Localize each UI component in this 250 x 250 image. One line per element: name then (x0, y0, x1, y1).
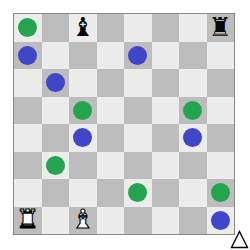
square-b6[interactable] (42, 69, 70, 97)
blue-marker (183, 128, 202, 147)
square-f3[interactable] (152, 152, 180, 180)
square-c3[interactable] (69, 152, 97, 180)
square-d6[interactable] (97, 69, 125, 97)
square-c1[interactable]: ♝ (69, 207, 97, 235)
square-g3[interactable] (179, 152, 207, 180)
square-b1[interactable] (42, 207, 70, 235)
square-b3[interactable] (42, 152, 70, 180)
square-f2[interactable] (152, 179, 180, 207)
square-a3[interactable] (14, 152, 42, 180)
square-g6[interactable] (179, 69, 207, 97)
square-a1[interactable]: ♜ (14, 207, 42, 235)
square-g2[interactable] (179, 179, 207, 207)
black-rook[interactable]: ♜ (209, 14, 232, 40)
square-c4[interactable] (69, 124, 97, 152)
white-rook[interactable]: ♜ (16, 206, 39, 232)
square-f5[interactable] (152, 97, 180, 125)
square-d5[interactable] (97, 97, 125, 125)
square-a5[interactable] (14, 97, 42, 125)
green-marker (128, 183, 147, 202)
square-h3[interactable] (207, 152, 235, 180)
square-f1[interactable] (152, 207, 180, 235)
square-d7[interactable] (97, 42, 125, 70)
corner-triangle-icon (229, 229, 249, 249)
square-g7[interactable] (179, 42, 207, 70)
square-c2[interactable] (69, 179, 97, 207)
square-b5[interactable] (42, 97, 70, 125)
square-d3[interactable] (97, 152, 125, 180)
square-d8[interactable] (97, 14, 125, 42)
white-bishop[interactable]: ♝ (71, 206, 94, 232)
square-g5[interactable] (179, 97, 207, 125)
blue-marker (18, 46, 37, 65)
square-f7[interactable] (152, 42, 180, 70)
square-f6[interactable] (152, 69, 180, 97)
blue-marker (46, 73, 65, 92)
blue-marker (128, 46, 147, 65)
square-h6[interactable] (207, 69, 235, 97)
blue-marker (73, 128, 92, 147)
square-a6[interactable] (14, 69, 42, 97)
chess-board: ♝♜♜♝ (13, 13, 235, 235)
blue-marker (211, 211, 230, 230)
square-f8[interactable] (152, 14, 180, 42)
square-e2[interactable] (124, 179, 152, 207)
green-marker (183, 101, 202, 120)
square-b2[interactable] (42, 179, 70, 207)
square-c6[interactable] (69, 69, 97, 97)
square-b4[interactable] (42, 124, 70, 152)
square-a4[interactable] (14, 124, 42, 152)
square-h7[interactable] (207, 42, 235, 70)
square-e4[interactable] (124, 124, 152, 152)
square-e5[interactable] (124, 97, 152, 125)
green-marker (211, 183, 230, 202)
square-e7[interactable] (124, 42, 152, 70)
square-b8[interactable] (42, 14, 70, 42)
square-e3[interactable] (124, 152, 152, 180)
green-marker (18, 18, 37, 37)
square-a8[interactable] (14, 14, 42, 42)
square-h5[interactable] (207, 97, 235, 125)
square-d1[interactable] (97, 207, 125, 235)
green-marker (73, 101, 92, 120)
square-g8[interactable] (179, 14, 207, 42)
square-h2[interactable] (207, 179, 235, 207)
square-e1[interactable] (124, 207, 152, 235)
square-g4[interactable] (179, 124, 207, 152)
square-c8[interactable]: ♝ (69, 14, 97, 42)
square-d2[interactable] (97, 179, 125, 207)
square-d4[interactable] (97, 124, 125, 152)
square-e8[interactable] (124, 14, 152, 42)
square-b7[interactable] (42, 42, 70, 70)
square-a7[interactable] (14, 42, 42, 70)
green-marker (46, 156, 65, 175)
square-g1[interactable] (179, 207, 207, 235)
square-a2[interactable] (14, 179, 42, 207)
square-e6[interactable] (124, 69, 152, 97)
square-h8[interactable]: ♜ (207, 14, 235, 42)
square-h4[interactable] (207, 124, 235, 152)
square-f4[interactable] (152, 124, 180, 152)
square-c7[interactable] (69, 42, 97, 70)
square-c5[interactable] (69, 97, 97, 125)
black-bishop[interactable]: ♝ (71, 14, 94, 40)
